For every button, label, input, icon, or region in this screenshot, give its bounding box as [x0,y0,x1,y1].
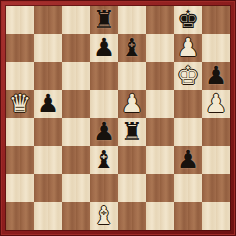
white-pawn-icon: ♟ [177,34,199,62]
square-d3[interactable]: ♝ [90,146,118,174]
white-queen-icon: ♛ [9,90,31,118]
square-d6[interactable] [90,62,118,90]
black-pawn-icon: ♟ [93,118,115,146]
square-b1[interactable] [34,202,62,230]
square-g1[interactable] [174,202,202,230]
square-b3[interactable] [34,146,62,174]
square-c7[interactable] [62,34,90,62]
white-pawn-icon: ♟ [121,90,143,118]
square-f5[interactable] [146,90,174,118]
square-b4[interactable] [34,118,62,146]
square-h3[interactable] [202,146,230,174]
square-a3[interactable] [6,146,34,174]
black-rook-icon: ♜ [121,118,143,146]
square-h6[interactable]: ♟ [202,62,230,90]
square-h2[interactable] [202,174,230,202]
square-b8[interactable] [34,6,62,34]
chess-board: ♜♚♟♝♟♚♟♛♟♟♟♟♜♝♟♝ [6,6,230,230]
square-b7[interactable] [34,34,62,62]
square-a2[interactable] [6,174,34,202]
square-e4[interactable]: ♜ [118,118,146,146]
square-c1[interactable] [62,202,90,230]
square-e7[interactable]: ♝ [118,34,146,62]
white-bishop-icon: ♝ [93,202,115,230]
square-f4[interactable] [146,118,174,146]
black-pawn-icon: ♟ [205,62,227,90]
square-c6[interactable] [62,62,90,90]
black-bishop-icon: ♝ [121,34,143,62]
black-rook-icon: ♜ [93,6,115,34]
square-g5[interactable] [174,90,202,118]
square-c2[interactable] [62,174,90,202]
square-e1[interactable] [118,202,146,230]
white-pawn-icon: ♟ [205,90,227,118]
square-b5[interactable]: ♟ [34,90,62,118]
black-bishop-icon: ♝ [93,146,115,174]
square-d7[interactable]: ♟ [90,34,118,62]
square-c8[interactable] [62,6,90,34]
black-pawn-icon: ♟ [93,34,115,62]
square-b6[interactable] [34,62,62,90]
square-g3[interactable]: ♟ [174,146,202,174]
white-king-icon: ♚ [177,62,199,90]
square-f6[interactable] [146,62,174,90]
square-g8[interactable]: ♚ [174,6,202,34]
square-d2[interactable] [90,174,118,202]
square-f2[interactable] [146,174,174,202]
square-c3[interactable] [62,146,90,174]
square-e2[interactable] [118,174,146,202]
square-c4[interactable] [62,118,90,146]
square-g2[interactable] [174,174,202,202]
square-c5[interactable] [62,90,90,118]
square-d8[interactable]: ♜ [90,6,118,34]
black-king-icon: ♚ [177,6,199,34]
square-h8[interactable] [202,6,230,34]
square-a1[interactable] [6,202,34,230]
square-f3[interactable] [146,146,174,174]
chess-board-frame: ♜♚♟♝♟♚♟♛♟♟♟♟♜♝♟♝ [0,0,236,236]
square-e8[interactable] [118,6,146,34]
square-e5[interactable]: ♟ [118,90,146,118]
square-h1[interactable] [202,202,230,230]
square-d4[interactable]: ♟ [90,118,118,146]
square-a6[interactable] [6,62,34,90]
square-e3[interactable] [118,146,146,174]
square-f1[interactable] [146,202,174,230]
square-a8[interactable] [6,6,34,34]
square-h7[interactable] [202,34,230,62]
square-a4[interactable] [6,118,34,146]
black-pawn-icon: ♟ [177,146,199,174]
square-h5[interactable]: ♟ [202,90,230,118]
square-g7[interactable]: ♟ [174,34,202,62]
square-d1[interactable]: ♝ [90,202,118,230]
square-e6[interactable] [118,62,146,90]
square-f8[interactable] [146,6,174,34]
square-b2[interactable] [34,174,62,202]
square-h4[interactable] [202,118,230,146]
square-f7[interactable] [146,34,174,62]
square-a7[interactable] [6,34,34,62]
black-pawn-icon: ♟ [37,90,59,118]
square-a5[interactable]: ♛ [6,90,34,118]
square-d5[interactable] [90,90,118,118]
square-g4[interactable] [174,118,202,146]
square-g6[interactable]: ♚ [174,62,202,90]
